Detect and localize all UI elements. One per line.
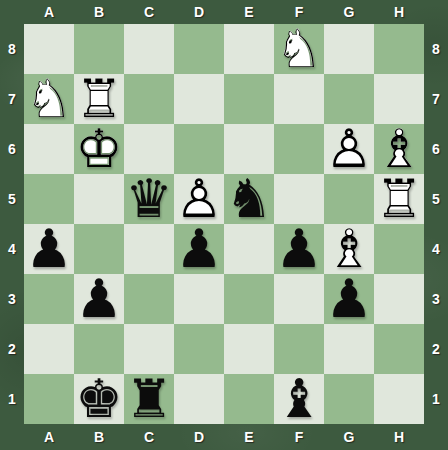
white-king[interactable]: ♚♔ bbox=[74, 124, 124, 174]
black-queen-glyph: ♛ bbox=[124, 174, 174, 224]
black-pawn-glyph: ♟ bbox=[24, 224, 74, 274]
square-c8[interactable] bbox=[124, 24, 174, 74]
rank-label-2-right: 2 bbox=[424, 324, 448, 374]
square-d6[interactable] bbox=[174, 124, 224, 174]
white-bishop[interactable]: ♝♗ bbox=[324, 224, 374, 274]
square-b7[interactable]: ♜♖ bbox=[74, 74, 124, 124]
square-g7[interactable] bbox=[324, 74, 374, 124]
square-c1[interactable]: ♜ bbox=[124, 374, 174, 424]
white-bishop[interactable]: ♝♗ bbox=[374, 124, 424, 174]
square-d7[interactable] bbox=[174, 74, 224, 124]
square-f2[interactable] bbox=[274, 324, 324, 374]
white-knight[interactable]: ♞♘ bbox=[24, 74, 74, 124]
black-rook-glyph: ♜ bbox=[124, 374, 174, 424]
square-h8[interactable] bbox=[374, 24, 424, 74]
white-knight-outline: ♘ bbox=[274, 24, 324, 74]
white-bishop-outline: ♗ bbox=[374, 124, 424, 174]
file-label-d-top: D bbox=[174, 0, 224, 24]
square-a1[interactable] bbox=[24, 374, 74, 424]
black-pawn[interactable]: ♟ bbox=[324, 274, 374, 324]
square-g5[interactable] bbox=[324, 174, 374, 224]
square-c6[interactable] bbox=[124, 124, 174, 174]
square-b1[interactable]: ♚ bbox=[74, 374, 124, 424]
white-rook-outline: ♖ bbox=[374, 174, 424, 224]
white-pawn-outline: ♙ bbox=[174, 174, 224, 224]
square-f4[interactable]: ♟ bbox=[274, 224, 324, 274]
file-label-g-bottom: G bbox=[324, 424, 374, 450]
black-queen[interactable]: ♛ bbox=[124, 174, 174, 224]
square-f6[interactable] bbox=[274, 124, 324, 174]
black-rook[interactable]: ♜ bbox=[124, 374, 174, 424]
square-e7[interactable] bbox=[224, 74, 274, 124]
square-h1[interactable] bbox=[374, 374, 424, 424]
file-label-g-top: G bbox=[324, 0, 374, 24]
black-pawn[interactable]: ♟ bbox=[74, 274, 124, 324]
white-pawn[interactable]: ♟♙ bbox=[174, 174, 224, 224]
white-knight[interactable]: ♞♘ bbox=[274, 24, 324, 74]
square-a2[interactable] bbox=[24, 324, 74, 374]
square-a5[interactable] bbox=[24, 174, 74, 224]
square-g8[interactable] bbox=[324, 24, 374, 74]
square-h7[interactable] bbox=[374, 74, 424, 124]
square-g1[interactable] bbox=[324, 374, 374, 424]
square-e3[interactable] bbox=[224, 274, 274, 324]
rank-label-3-right: 3 bbox=[424, 274, 448, 324]
white-pawn-outline: ♙ bbox=[324, 124, 374, 174]
rank-label-6-right: 6 bbox=[424, 124, 448, 174]
black-pawn-glyph: ♟ bbox=[174, 224, 224, 274]
black-pawn-glyph: ♟ bbox=[274, 224, 324, 274]
black-bishop[interactable]: ♝ bbox=[274, 374, 324, 424]
square-e6[interactable] bbox=[224, 124, 274, 174]
rank-label-7-right: 7 bbox=[424, 74, 448, 124]
file-label-e-bottom: E bbox=[224, 424, 274, 450]
square-d3[interactable] bbox=[174, 274, 224, 324]
square-c7[interactable] bbox=[124, 74, 174, 124]
rank-label-1-left: 1 bbox=[0, 374, 24, 424]
square-b4[interactable] bbox=[74, 224, 124, 274]
square-h3[interactable] bbox=[374, 274, 424, 324]
square-e2[interactable] bbox=[224, 324, 274, 374]
black-pawn-glyph: ♟ bbox=[74, 274, 124, 324]
square-h5[interactable]: ♜♖ bbox=[374, 174, 424, 224]
file-label-d-bottom: D bbox=[174, 424, 224, 450]
square-a7[interactable]: ♞♘ bbox=[24, 74, 74, 124]
square-b5[interactable] bbox=[74, 174, 124, 224]
square-d4[interactable]: ♟ bbox=[174, 224, 224, 274]
square-d2[interactable] bbox=[174, 324, 224, 374]
chess-board: ♞♘♞♘♜♖♚♔♟♙♝♗♛♟♙♞♜♖♟♟♟♝♗♟♟♚♜♝ bbox=[24, 24, 424, 424]
rank-label-8-left: 8 bbox=[0, 24, 24, 74]
square-e8[interactable] bbox=[224, 24, 274, 74]
square-a8[interactable] bbox=[24, 24, 74, 74]
black-knight-glyph: ♞ bbox=[224, 174, 274, 224]
black-pawn[interactable]: ♟ bbox=[24, 224, 74, 274]
square-h4[interactable] bbox=[374, 224, 424, 274]
square-f8[interactable]: ♞♘ bbox=[274, 24, 324, 74]
square-h6[interactable]: ♝♗ bbox=[374, 124, 424, 174]
white-rook-outline: ♖ bbox=[74, 74, 124, 124]
square-f7[interactable] bbox=[274, 74, 324, 124]
square-b3[interactable]: ♟ bbox=[74, 274, 124, 324]
white-rook[interactable]: ♜♖ bbox=[74, 74, 124, 124]
square-g4[interactable]: ♝♗ bbox=[324, 224, 374, 274]
rank-label-6-left: 6 bbox=[0, 124, 24, 174]
file-label-a-bottom: A bbox=[24, 424, 74, 450]
square-g6[interactable]: ♟♙ bbox=[324, 124, 374, 174]
square-e4[interactable] bbox=[224, 224, 274, 274]
rank-labels-left: 87654321 bbox=[0, 24, 24, 424]
square-a3[interactable] bbox=[24, 274, 74, 324]
rank-label-5-left: 5 bbox=[0, 174, 24, 224]
chess-board-frame: ABCDEFGH 87654321 87654321 ABCDEFGH ♞♘♞♘… bbox=[0, 0, 448, 450]
rank-label-1-right: 1 bbox=[424, 374, 448, 424]
square-d1[interactable] bbox=[174, 374, 224, 424]
rank-label-7-left: 7 bbox=[0, 74, 24, 124]
square-c3[interactable] bbox=[124, 274, 174, 324]
square-b8[interactable] bbox=[74, 24, 124, 74]
square-d8[interactable] bbox=[174, 24, 224, 74]
black-king[interactable]: ♚ bbox=[74, 374, 124, 424]
rank-label-4-left: 4 bbox=[0, 224, 24, 274]
file-labels-top: ABCDEFGH bbox=[24, 0, 424, 24]
white-pawn[interactable]: ♟♙ bbox=[324, 124, 374, 174]
rank-labels-right: 87654321 bbox=[424, 24, 448, 424]
square-c5[interactable]: ♛ bbox=[124, 174, 174, 224]
black-king-glyph: ♚ bbox=[74, 374, 124, 424]
rank-label-3-left: 3 bbox=[0, 274, 24, 324]
rank-label-5-right: 5 bbox=[424, 174, 448, 224]
white-knight-outline: ♘ bbox=[24, 74, 74, 124]
square-f1[interactable]: ♝ bbox=[274, 374, 324, 424]
black-bishop-glyph: ♝ bbox=[274, 374, 324, 424]
square-f5[interactable] bbox=[274, 174, 324, 224]
black-pawn-glyph: ♟ bbox=[324, 274, 374, 324]
square-f3[interactable] bbox=[274, 274, 324, 324]
square-c2[interactable] bbox=[124, 324, 174, 374]
black-pawn[interactable]: ♟ bbox=[174, 224, 224, 274]
file-label-h-top: H bbox=[374, 0, 424, 24]
white-rook[interactable]: ♜♖ bbox=[374, 174, 424, 224]
square-e1[interactable] bbox=[224, 374, 274, 424]
rank-label-2-left: 2 bbox=[0, 324, 24, 374]
rank-label-4-right: 4 bbox=[424, 224, 448, 274]
rank-label-8-right: 8 bbox=[424, 24, 448, 74]
square-b6[interactable]: ♚♔ bbox=[74, 124, 124, 174]
square-c4[interactable] bbox=[124, 224, 174, 274]
black-knight[interactable]: ♞ bbox=[224, 174, 274, 224]
white-king-outline: ♔ bbox=[74, 124, 124, 174]
file-label-b-top: B bbox=[74, 0, 124, 24]
square-e5[interactable]: ♞ bbox=[224, 174, 274, 224]
square-d5[interactable]: ♟♙ bbox=[174, 174, 224, 224]
file-label-h-bottom: H bbox=[374, 424, 424, 450]
square-b2[interactable] bbox=[74, 324, 124, 374]
square-h2[interactable] bbox=[374, 324, 424, 374]
black-pawn[interactable]: ♟ bbox=[274, 224, 324, 274]
square-g3[interactable]: ♟ bbox=[324, 274, 374, 324]
file-label-c-top: C bbox=[124, 0, 174, 24]
white-bishop-outline: ♗ bbox=[324, 224, 374, 274]
file-label-a-top: A bbox=[24, 0, 74, 24]
square-a6[interactable] bbox=[24, 124, 74, 174]
square-g2[interactable] bbox=[324, 324, 374, 374]
square-a4[interactable]: ♟ bbox=[24, 224, 74, 274]
file-label-e-top: E bbox=[224, 0, 274, 24]
